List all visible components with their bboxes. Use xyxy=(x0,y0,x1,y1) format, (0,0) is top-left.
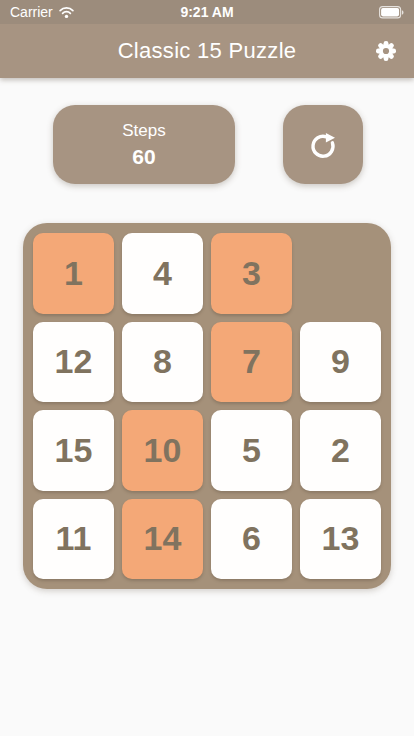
tile-12[interactable]: 12 xyxy=(33,322,114,403)
refresh-icon xyxy=(308,130,338,160)
tile-5[interactable]: 5 xyxy=(211,410,292,491)
tile-15[interactable]: 15 xyxy=(33,410,114,491)
steps-value: 60 xyxy=(53,145,235,169)
status-bar: Carrier 9:21 AM xyxy=(0,0,414,24)
tile-4[interactable]: 4 xyxy=(122,233,203,314)
app-screen: Carrier 9:21 AM Classic 15 Puzzle xyxy=(0,0,414,736)
steps-card: Steps 60 xyxy=(53,105,235,184)
tile-10[interactable]: 10 xyxy=(122,410,203,491)
tile-8[interactable]: 8 xyxy=(122,322,203,403)
score-panel: Steps 60 xyxy=(0,105,414,184)
empty-cell xyxy=(300,233,381,314)
tile-1[interactable]: 1 xyxy=(33,233,114,314)
gear-icon xyxy=(374,39,398,63)
settings-button[interactable] xyxy=(370,35,402,67)
steps-label: Steps xyxy=(53,121,235,141)
tile-3[interactable]: 3 xyxy=(211,233,292,314)
tile-13[interactable]: 13 xyxy=(300,499,381,580)
board: 143128791510521114613 xyxy=(23,223,391,589)
page-title: Classic 15 Puzzle xyxy=(118,38,297,64)
tile-14[interactable]: 14 xyxy=(122,499,203,580)
header: Classic 15 Puzzle xyxy=(0,24,414,78)
battery-icon xyxy=(379,6,404,19)
carrier-label: Carrier xyxy=(10,4,53,20)
tile-6[interactable]: 6 xyxy=(211,499,292,580)
wifi-icon xyxy=(58,6,75,19)
tile-7[interactable]: 7 xyxy=(211,322,292,403)
tile-2[interactable]: 2 xyxy=(300,410,381,491)
reset-button[interactable] xyxy=(283,105,363,184)
tile-9[interactable]: 9 xyxy=(300,322,381,403)
tile-11[interactable]: 11 xyxy=(33,499,114,580)
